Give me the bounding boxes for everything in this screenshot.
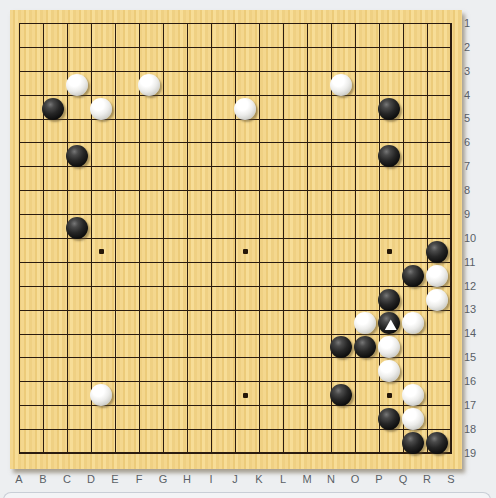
- intersection-C9: [65, 216, 89, 240]
- column-label-O: O: [343, 472, 367, 486]
- row-label-14: 14: [464, 321, 488, 345]
- row-label-12: 12: [464, 274, 488, 298]
- column-label-K: K: [247, 472, 271, 486]
- stone-black-P6: [378, 145, 400, 167]
- intersection-R10: [425, 240, 449, 264]
- stone-black-O14: [354, 336, 376, 358]
- row-label-11: 11: [464, 250, 488, 274]
- column-label-F: F: [127, 472, 151, 486]
- stone-black-N14: [330, 336, 352, 358]
- row-label-8: 8: [464, 178, 488, 202]
- row-label-10: 10: [464, 226, 488, 250]
- stone-black-C9: [66, 217, 88, 239]
- column-label-B: B: [31, 472, 55, 486]
- hoshi-point: [243, 249, 248, 254]
- stone-black-R10: [426, 241, 448, 263]
- intersection-P15: [377, 359, 401, 383]
- stone-black-Q18: [402, 432, 424, 454]
- column-coordinate-labels: ABCDEFGHIJKLMNOPQRS: [7, 472, 463, 486]
- stone-black-Q11: [402, 265, 424, 287]
- row-label-16: 16: [464, 369, 488, 393]
- bottom-panel-edge: [3, 492, 491, 498]
- stone-white-Q16: [402, 384, 424, 406]
- stone-white-F3: [138, 74, 160, 96]
- intersection-P6: [377, 144, 401, 168]
- stone-white-O13: [354, 312, 376, 334]
- intersection-R18: [425, 431, 449, 455]
- hoshi-point: [387, 249, 392, 254]
- intersection-Q13: [401, 312, 425, 336]
- intersection-Q11: [401, 264, 425, 288]
- stones-grid: [17, 25, 473, 479]
- stone-white-Q13: [402, 312, 424, 334]
- column-label-Q: Q: [391, 472, 415, 486]
- stone-white-Q17: [402, 408, 424, 430]
- intersection-R11: [425, 264, 449, 288]
- board-grid[interactable]: [19, 23, 452, 454]
- intersection-N14: [329, 335, 353, 359]
- column-label-G: G: [151, 472, 175, 486]
- intersection-P13: [377, 312, 401, 336]
- hoshi-cell: [233, 240, 257, 264]
- stone-white-R12: [426, 289, 448, 311]
- stone-black-B4: [42, 98, 64, 120]
- intersection-Q17: [401, 407, 425, 431]
- hoshi-point: [387, 393, 392, 398]
- column-label-J: J: [223, 472, 247, 486]
- stone-black-P13: [378, 312, 400, 334]
- column-label-E: E: [103, 472, 127, 486]
- row-label-1: 1: [464, 11, 488, 35]
- stone-white-D16: [90, 384, 112, 406]
- row-label-5: 5: [464, 107, 488, 131]
- column-label-L: L: [271, 472, 295, 486]
- hoshi-cell: [377, 240, 401, 264]
- intersection-N16: [329, 383, 353, 407]
- intersection-R12: [425, 288, 449, 312]
- stone-white-J4: [234, 98, 256, 120]
- row-label-9: 9: [464, 202, 488, 226]
- row-label-17: 17: [464, 393, 488, 417]
- hoshi-cell: [89, 240, 113, 264]
- intersection-P14: [377, 335, 401, 359]
- intersection-N3: [329, 73, 353, 97]
- intersection-D4: [89, 97, 113, 121]
- intersection-Q18: [401, 431, 425, 455]
- intersection-Q16: [401, 383, 425, 407]
- column-label-M: M: [295, 472, 319, 486]
- intersection-D16: [89, 383, 113, 407]
- stone-white-N3: [330, 74, 352, 96]
- column-label-H: H: [175, 472, 199, 486]
- column-label-C: C: [55, 472, 79, 486]
- go-board[interactable]: [10, 10, 462, 469]
- stone-white-P14: [378, 336, 400, 358]
- intersection-O14: [353, 335, 377, 359]
- stone-black-P17: [378, 408, 400, 430]
- last-move-triangle-marker-icon: [384, 319, 397, 330]
- hoshi-cell: [377, 383, 401, 407]
- hoshi-point: [99, 249, 104, 254]
- intersection-P4: [377, 97, 401, 121]
- stone-white-D4: [90, 98, 112, 120]
- stone-black-R18: [426, 432, 448, 454]
- row-label-7: 7: [464, 154, 488, 178]
- column-label-I: I: [199, 472, 223, 486]
- intersection-C6: [65, 144, 89, 168]
- stone-white-C3: [66, 74, 88, 96]
- intersection-J4: [233, 97, 257, 121]
- hoshi-cell: [233, 383, 257, 407]
- column-label-A: A: [7, 472, 31, 486]
- row-label-15: 15: [464, 345, 488, 369]
- row-label-18: 18: [464, 417, 488, 441]
- row-label-6: 6: [464, 130, 488, 154]
- intersection-F3: [137, 73, 161, 97]
- row-label-4: 4: [464, 83, 488, 107]
- column-label-S: S: [439, 472, 463, 486]
- stone-black-P12: [378, 289, 400, 311]
- row-label-13: 13: [464, 298, 488, 322]
- hoshi-point: [243, 393, 248, 398]
- intersection-B4: [41, 97, 65, 121]
- row-label-3: 3: [464, 59, 488, 83]
- intersection-P17: [377, 407, 401, 431]
- stone-white-P15: [378, 360, 400, 382]
- stone-black-P4: [378, 98, 400, 120]
- stone-black-N16: [330, 384, 352, 406]
- row-label-2: 2: [464, 35, 488, 59]
- column-label-D: D: [79, 472, 103, 486]
- stone-white-R11: [426, 265, 448, 287]
- column-label-P: P: [367, 472, 391, 486]
- column-label-N: N: [319, 472, 343, 486]
- column-label-R: R: [415, 472, 439, 486]
- stone-black-C6: [66, 145, 88, 167]
- intersection-P12: [377, 288, 401, 312]
- row-label-19: 19: [464, 441, 488, 465]
- intersection-C3: [65, 73, 89, 97]
- row-coordinate-labels: 12345678910111213141516171819: [464, 11, 488, 465]
- intersection-O13: [353, 312, 377, 336]
